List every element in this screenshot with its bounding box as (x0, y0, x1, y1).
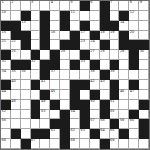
white-cell-r0c1[interactable]: 2 (11, 1, 21, 11)
black-cell-r10c5 (50, 100, 60, 110)
white-cell-r8c2[interactable] (21, 80, 31, 90)
black-cell-r3c9 (90, 31, 100, 41)
white-cell-r14c11[interactable]: 69 (110, 139, 120, 149)
clue-number: 52 (2, 110, 6, 114)
clue-number: 63 (80, 129, 84, 133)
white-cell-r8c5[interactable] (50, 80, 60, 90)
white-cell-r11c14[interactable] (139, 110, 149, 120)
white-cell-r5c14[interactable]: 30 (139, 50, 149, 60)
white-cell-r7c5[interactable]: 37 (50, 70, 60, 80)
clue-number: 68 (71, 139, 75, 143)
black-cell-r4c6 (60, 40, 70, 50)
white-cell-r3c10[interactable]: 18 (100, 31, 110, 41)
black-cell-r12c14 (139, 119, 149, 129)
white-cell-r2c13[interactable] (129, 21, 139, 31)
white-cell-r9c14[interactable] (139, 90, 149, 100)
clue-number: 33 (80, 60, 84, 64)
black-cell-r8c11 (110, 80, 120, 90)
white-cell-r9c10[interactable] (100, 90, 110, 100)
white-cell-r6c14[interactable] (139, 60, 149, 70)
white-cell-r0c6[interactable] (60, 1, 70, 11)
black-cell-r4c10 (100, 40, 110, 50)
white-cell-r14c1[interactable] (11, 139, 21, 149)
black-cell-r8c7 (70, 80, 80, 90)
white-cell-r12c7[interactable] (70, 119, 80, 129)
black-cell-r13c14 (139, 129, 149, 139)
white-cell-r11c5[interactable] (50, 110, 60, 120)
black-cell-r12c6 (60, 119, 70, 129)
white-cell-r9c6[interactable] (60, 90, 70, 100)
black-cell-r11c3 (31, 110, 41, 120)
clue-number: 60 (130, 119, 134, 123)
black-cell-r0c10 (100, 1, 110, 11)
black-cell-r14c2 (21, 139, 31, 149)
white-cell-r10c1[interactable]: 48 (11, 100, 21, 110)
black-cell-r8c8 (80, 80, 90, 90)
black-cell-r10c8 (80, 100, 90, 110)
white-cell-r12c9[interactable]: 57 (90, 119, 100, 129)
black-cell-r8c3 (31, 80, 41, 90)
white-cell-r11c0[interactable]: 52 (1, 110, 11, 120)
white-cell-r4c11[interactable] (110, 40, 120, 50)
black-cell-r2c10 (100, 21, 110, 31)
white-cell-r5c9[interactable]: 27 (90, 50, 100, 60)
black-cell-r4c2 (21, 40, 31, 50)
black-cell-r10c0 (1, 100, 11, 110)
white-cell-r6c12[interactable] (119, 60, 129, 70)
black-cell-r6c11 (110, 60, 120, 70)
clue-number: 26 (61, 50, 65, 54)
black-cell-r4c12 (119, 40, 129, 50)
white-cell-r1c11[interactable] (110, 11, 120, 21)
black-cell-r11c6 (60, 110, 70, 120)
white-cell-r7c0[interactable]: 34 (1, 70, 11, 80)
white-cell-r3c0[interactable]: 15 (1, 31, 11, 41)
white-cell-r4c8[interactable]: 23 (80, 40, 90, 50)
white-cell-r13c10[interactable]: 64 (100, 129, 110, 139)
white-cell-r14c9[interactable] (90, 139, 100, 149)
white-cell-r6c10[interactable] (100, 60, 110, 70)
white-cell-r1c3[interactable] (31, 11, 41, 21)
black-cell-r4c7 (70, 40, 80, 50)
white-cell-r14c0[interactable]: 66 (1, 139, 11, 149)
white-cell-r9c3[interactable] (31, 90, 41, 100)
white-cell-r0c5[interactable]: 4 (50, 1, 60, 11)
white-cell-r12c10[interactable]: 58 (100, 119, 110, 129)
clue-number: 14 (120, 21, 124, 25)
black-cell-r9c11 (110, 90, 120, 100)
white-cell-r14c14[interactable] (139, 139, 149, 149)
black-cell-r5c5 (50, 50, 60, 60)
black-cell-r1c12 (119, 11, 129, 21)
white-cell-r6c8[interactable]: 33 (80, 60, 90, 70)
black-cell-r6c7 (70, 60, 80, 70)
white-cell-r0c14[interactable]: 9 (139, 1, 149, 11)
white-cell-r13c13[interactable] (129, 129, 139, 139)
white-cell-r7c13[interactable] (129, 70, 139, 80)
black-cell-r5c13 (129, 50, 139, 60)
white-cell-r7c9[interactable]: 38 (90, 70, 100, 80)
black-cell-r14c6 (60, 139, 70, 149)
black-cell-r0c8 (80, 1, 90, 11)
white-cell-r6c0[interactable]: 31 (1, 60, 11, 70)
clue-number: 57 (90, 119, 94, 123)
white-cell-r1c0[interactable]: 10 (1, 11, 11, 21)
clue-number: 1 (2, 1, 4, 5)
clue-number: 13 (21, 21, 25, 25)
white-cell-r12c1[interactable] (11, 119, 21, 129)
clue-number: 40 (11, 80, 15, 84)
white-cell-r2c14[interactable] (139, 21, 149, 31)
black-cell-r5c8 (80, 50, 90, 60)
white-cell-r8c14[interactable] (139, 80, 149, 90)
white-cell-r13c8[interactable]: 63 (80, 129, 90, 139)
white-cell-r11c4[interactable]: 53 (40, 110, 50, 120)
black-cell-r1c10 (100, 11, 110, 21)
white-cell-r0c12[interactable] (119, 1, 129, 11)
black-cell-r8c13 (129, 80, 139, 90)
black-cell-r14c10 (100, 139, 110, 149)
white-cell-r12c4[interactable] (40, 119, 50, 129)
white-cell-r12c12[interactable]: 59 (119, 119, 129, 129)
clue-number: 61 (51, 129, 55, 133)
black-cell-r6c4 (40, 60, 50, 70)
white-cell-r8c6[interactable] (60, 80, 70, 90)
black-cell-r5c3 (31, 50, 41, 60)
clue-number: 6 (90, 1, 92, 5)
white-cell-r3c14[interactable] (139, 31, 149, 41)
white-cell-r0c13[interactable]: 8 (129, 1, 139, 11)
clue-number: 8 (130, 1, 132, 5)
clue-number: 39 (110, 70, 114, 74)
white-cell-r4c3[interactable] (31, 40, 41, 50)
black-cell-r13c3 (31, 129, 41, 139)
clue-number: 31 (2, 60, 6, 64)
white-cell-r1c8[interactable] (80, 11, 90, 21)
black-cell-r11c10 (100, 110, 110, 120)
white-cell-r7c6[interactable] (60, 70, 70, 80)
white-cell-r2c7[interactable] (70, 21, 80, 31)
white-cell-r4c1[interactable]: 22 (11, 40, 21, 50)
clue-number: 21 (2, 40, 6, 44)
black-cell-r2c1 (11, 21, 21, 31)
clue-number: 66 (2, 139, 6, 143)
white-cell-r5c6[interactable]: 26 (60, 50, 70, 60)
black-cell-r13c6 (60, 129, 70, 139)
white-cell-r14c3[interactable]: 67 (31, 139, 41, 149)
black-cell-r9c7 (70, 90, 80, 100)
white-cell-r12c13[interactable]: 60 (129, 119, 139, 129)
black-cell-r11c13 (129, 110, 139, 120)
clue-number: 28 (100, 50, 104, 54)
white-cell-r1c5[interactable] (50, 11, 60, 21)
clue-number: 10 (2, 11, 6, 15)
white-cell-r7c2[interactable]: 36 (21, 70, 31, 80)
white-cell-r14c12[interactable] (119, 139, 129, 149)
black-cell-r6c1 (11, 60, 21, 70)
black-cell-r1c4 (40, 11, 50, 21)
white-cell-r7c1[interactable]: 35 (11, 70, 21, 80)
black-cell-r2c11 (110, 21, 120, 31)
black-cell-r13c9 (90, 129, 100, 139)
white-cell-r8c1[interactable]: 40 (11, 80, 21, 90)
white-cell-r7c14[interactable] (139, 70, 149, 80)
white-cell-r2c2[interactable]: 13 (21, 21, 31, 31)
black-cell-r13c12 (119, 129, 129, 139)
white-cell-r3c5[interactable]: 16 (50, 31, 60, 41)
white-cell-r14c13[interactable] (129, 139, 139, 149)
black-cell-r3c7 (70, 31, 80, 41)
clue-number: 29 (120, 50, 124, 54)
white-cell-r13c2[interactable] (21, 129, 31, 139)
white-cell-r4c0[interactable]: 21 (1, 40, 11, 50)
white-cell-r13c5[interactable]: 61 (50, 129, 60, 139)
black-cell-r4c4 (40, 40, 50, 50)
black-cell-r5c0 (1, 50, 11, 60)
clue-number: 9 (140, 1, 142, 5)
clue-number: 48 (11, 100, 15, 104)
clue-number: 53 (41, 110, 45, 114)
black-cell-r12c8 (80, 119, 90, 129)
black-cell-r6c9 (90, 60, 100, 70)
white-cell-r8c10[interactable]: 43 (100, 80, 110, 90)
white-cell-r1c7[interactable]: 11 (70, 11, 80, 21)
white-cell-r12c3[interactable] (31, 119, 41, 129)
clue-number: 44 (2, 90, 6, 94)
black-cell-r12c11 (110, 119, 120, 129)
clue-number: 49 (41, 100, 45, 104)
clue-number: 30 (140, 50, 144, 54)
black-cell-r10c14 (139, 100, 149, 110)
clue-number: 50 (90, 100, 94, 104)
white-cell-r0c4[interactable] (40, 1, 50, 11)
white-cell-r14c4[interactable] (40, 139, 50, 149)
white-cell-r1c14[interactable] (139, 11, 149, 21)
white-cell-r3c13[interactable]: 20 (129, 31, 139, 41)
black-cell-r12c5 (50, 119, 60, 129)
clue-number: 43 (100, 80, 104, 84)
clue-number: 24 (90, 40, 94, 44)
white-cell-r10c9[interactable]: 50 (90, 100, 100, 110)
clue-number: 34 (2, 70, 6, 74)
white-cell-r10c13[interactable] (129, 100, 139, 110)
clue-number: 51 (110, 100, 114, 104)
white-cell-r0c2[interactable] (21, 1, 31, 11)
clue-number: 20 (130, 31, 134, 35)
clue-number: 42 (90, 80, 94, 84)
white-cell-r9c13[interactable]: 47 (129, 90, 139, 100)
clue-number: 17 (80, 31, 84, 35)
clue-number: 37 (51, 70, 55, 74)
white-cell-r6c6[interactable] (60, 60, 70, 70)
black-cell-r7c4 (40, 70, 50, 80)
clue-number: 54 (71, 110, 75, 114)
black-cell-r10c10 (100, 100, 110, 110)
black-cell-r10c7 (70, 100, 80, 110)
white-cell-r7c12[interactable] (119, 70, 129, 80)
clue-number: 56 (2, 119, 6, 123)
white-cell-r10c4[interactable]: 49 (40, 100, 50, 110)
clue-number: 3 (31, 1, 33, 5)
clue-number: 59 (120, 119, 124, 123)
white-cell-r0c9[interactable]: 6 (90, 1, 100, 11)
white-cell-r7c3[interactable] (31, 70, 41, 80)
black-cell-r2c0 (1, 21, 11, 31)
white-cell-r11c7[interactable]: 54 (70, 110, 80, 120)
white-cell-r8c12[interactable] (119, 80, 129, 90)
clue-number: 69 (110, 139, 114, 143)
white-cell-r7c11[interactable]: 39 (110, 70, 120, 80)
black-cell-r9c4 (40, 90, 50, 100)
clue-number: 16 (51, 31, 55, 35)
white-cell-r7c7[interactable] (70, 70, 80, 80)
clue-number: 25 (11, 50, 15, 54)
black-cell-r7c10 (100, 70, 110, 80)
clue-number: 38 (90, 70, 94, 74)
black-cell-r3c1 (11, 31, 21, 41)
black-cell-r6c13 (129, 60, 139, 70)
white-cell-r10c11[interactable]: 51 (110, 100, 120, 110)
clue-number: 47 (130, 90, 134, 94)
clue-number: 18 (100, 31, 104, 35)
clue-number: 64 (100, 129, 104, 133)
white-cell-r6c3[interactable]: 32 (31, 60, 41, 70)
white-cell-r10c2[interactable] (21, 100, 31, 110)
white-cell-r11c2[interactable] (21, 110, 31, 120)
black-cell-r13c1 (11, 129, 21, 139)
clue-number: 65 (110, 129, 114, 133)
black-cell-r2c4 (40, 21, 50, 31)
white-cell-r3c11[interactable]: 19 (110, 31, 120, 41)
black-cell-r2c8 (80, 21, 90, 31)
black-cell-r11c8 (80, 110, 90, 120)
white-cell-r13c0[interactable] (1, 129, 11, 139)
clue-number: 41 (41, 80, 45, 84)
clue-number: 12 (130, 11, 134, 15)
black-cell-r9c9 (90, 90, 100, 100)
white-cell-r9c0[interactable]: 44 (1, 90, 11, 100)
clue-number: 11 (71, 11, 75, 15)
crossword-board: 1234567891011121314151617181920212223242… (0, 0, 150, 150)
black-cell-r3c12 (119, 31, 129, 41)
white-cell-r5c4[interactable] (40, 50, 50, 60)
white-cell-r1c13[interactable]: 12 (129, 11, 139, 21)
white-cell-r3c3[interactable] (31, 31, 41, 41)
clue-number: 46 (120, 90, 124, 94)
black-cell-r2c6 (60, 21, 70, 31)
white-cell-r5c11[interactable] (110, 50, 120, 60)
white-cell-r14c8[interactable] (80, 139, 90, 149)
clue-number: 27 (90, 50, 94, 54)
white-cell-r10c6[interactable] (60, 100, 70, 110)
clue-number: 15 (2, 31, 6, 35)
white-cell-r9c8[interactable] (80, 90, 90, 100)
white-cell-r12c0[interactable]: 56 (1, 119, 11, 129)
clue-number: 58 (100, 119, 104, 123)
black-cell-r1c2 (21, 11, 31, 21)
white-cell-r8c4[interactable]: 41 (40, 80, 50, 90)
clue-number: 35 (11, 70, 15, 74)
white-cell-r7c8[interactable] (80, 70, 90, 80)
white-cell-r12c2[interactable] (21, 119, 31, 129)
white-cell-r11c9[interactable] (90, 110, 100, 120)
clue-number: 2 (11, 1, 13, 5)
white-cell-r9c12[interactable]: 46 (119, 90, 129, 100)
white-cell-r13c7[interactable]: 62 (70, 129, 80, 139)
white-cell-r0c7[interactable]: 5 (70, 1, 80, 11)
white-cell-r5c10[interactable]: 28 (100, 50, 110, 60)
white-cell-r9c5[interactable]: 45 (50, 90, 60, 100)
black-cell-r13c4 (40, 129, 50, 139)
white-cell-r9c2[interactable] (21, 90, 31, 100)
white-cell-r2c5[interactable] (50, 21, 60, 31)
white-cell-r5c7[interactable] (70, 50, 80, 60)
clue-number: 23 (80, 40, 84, 44)
clue-number: 4 (51, 1, 53, 5)
clue-number: 55 (110, 110, 114, 114)
white-cell-r11c12[interactable] (119, 110, 129, 120)
white-cell-r5c1[interactable]: 25 (11, 50, 21, 60)
white-cell-r9c1[interactable] (11, 90, 21, 100)
white-cell-r10c12[interactable] (119, 100, 129, 110)
white-cell-r5c12[interactable]: 29 (119, 50, 129, 60)
white-cell-r0c11[interactable]: 7 (110, 1, 120, 11)
black-cell-r4c14 (139, 40, 149, 50)
white-cell-r3c8[interactable]: 17 (80, 31, 90, 41)
black-cell-r10c3 (31, 100, 41, 110)
white-cell-r4c5[interactable] (50, 40, 60, 50)
white-cell-r2c9[interactable] (90, 21, 100, 31)
black-cell-r3c4 (40, 31, 50, 41)
white-cell-r4c9[interactable]: 24 (90, 40, 100, 50)
clue-number: 36 (21, 70, 25, 74)
clue-number: 32 (31, 60, 35, 64)
clue-number: 19 (110, 31, 114, 35)
clue-number: 67 (31, 139, 35, 143)
clue-number: 5 (71, 1, 73, 5)
white-cell-r5c2[interactable] (21, 50, 31, 60)
white-cell-r0c0[interactable]: 1 (1, 1, 11, 11)
black-cell-r4c13 (129, 40, 139, 50)
black-cell-r1c6 (60, 11, 70, 21)
white-cell-r2c12[interactable]: 14 (119, 21, 129, 31)
white-cell-r14c7[interactable]: 68 (70, 139, 80, 149)
white-cell-r3c6[interactable] (60, 31, 70, 41)
white-cell-r14c5[interactable] (50, 139, 60, 149)
white-cell-r13c11[interactable]: 65 (110, 129, 120, 139)
black-cell-r3c2 (21, 31, 31, 41)
white-cell-r1c9[interactable] (90, 11, 100, 21)
white-cell-r11c1[interactable] (11, 110, 21, 120)
white-cell-r0c3[interactable]: 3 (31, 1, 41, 11)
clue-number: 62 (71, 129, 75, 133)
clue-number: 22 (11, 40, 15, 44)
white-cell-r8c9[interactable]: 42 (90, 80, 100, 90)
white-cell-r1c1[interactable] (11, 11, 21, 21)
clue-number: 7 (110, 1, 112, 5)
black-cell-r6c5 (50, 60, 60, 70)
black-cell-r6c2 (21, 60, 31, 70)
white-cell-r2c3[interactable] (31, 21, 41, 31)
black-cell-r8c0 (1, 80, 11, 90)
clue-number: 45 (51, 90, 55, 94)
white-cell-r11c11[interactable]: 55 (110, 110, 120, 120)
